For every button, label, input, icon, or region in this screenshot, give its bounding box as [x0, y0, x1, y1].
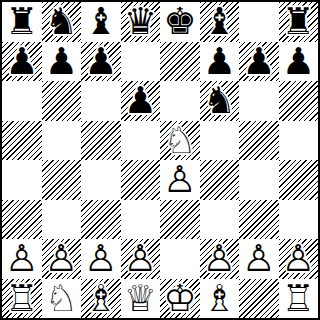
piece-black-pawn: ♟	[42, 42, 82, 82]
square-h4[interactable]	[279, 160, 319, 200]
piece-white-rook: ♖	[2, 279, 42, 319]
piece-white-rook: ♖	[279, 279, 319, 319]
square-g1[interactable]	[239, 279, 279, 319]
piece-halo: ♝	[81, 279, 121, 319]
square-b1[interactable]: ♞♘	[42, 279, 82, 319]
square-g8[interactable]	[239, 2, 279, 42]
square-a5[interactable]	[2, 121, 42, 161]
piece-black-queen: ♛	[121, 2, 161, 42]
square-g7[interactable]: ♟♟	[239, 42, 279, 82]
piece-black-pawn: ♟	[2, 42, 42, 82]
piece-black-pawn: ♟	[121, 81, 161, 121]
square-a4[interactable]	[2, 160, 42, 200]
piece-halo: ♟	[81, 239, 121, 279]
piece-halo: ♜	[279, 279, 319, 319]
piece-white-knight: ♘	[42, 279, 82, 319]
piece-halo: ♟	[239, 42, 279, 82]
square-d2[interactable]: ♟♙	[121, 239, 161, 279]
piece-black-knight: ♞	[200, 81, 240, 121]
square-h2[interactable]: ♟♙	[279, 239, 319, 279]
square-a1[interactable]: ♜♖	[2, 279, 42, 319]
square-g3[interactable]	[239, 200, 279, 240]
square-e3[interactable]	[160, 200, 200, 240]
piece-black-bishop: ♝	[81, 2, 121, 42]
piece-white-bishop: ♗	[81, 279, 121, 319]
square-a2[interactable]: ♟♙	[2, 239, 42, 279]
square-f8[interactable]: ♝♝	[200, 2, 240, 42]
piece-halo: ♟	[121, 239, 161, 279]
piece-white-pawn: ♙	[239, 239, 279, 279]
square-f6[interactable]: ♞♞	[200, 81, 240, 121]
piece-black-pawn: ♟	[200, 42, 240, 82]
piece-halo: ♜	[279, 2, 319, 42]
square-a6[interactable]	[2, 81, 42, 121]
piece-halo: ♝	[200, 2, 240, 42]
square-c7[interactable]: ♟♟	[81, 42, 121, 82]
square-d5[interactable]	[121, 121, 161, 161]
square-f7[interactable]: ♟♟	[200, 42, 240, 82]
square-b5[interactable]	[42, 121, 82, 161]
square-g5[interactable]	[239, 121, 279, 161]
square-d7[interactable]	[121, 42, 161, 82]
square-f1[interactable]: ♝♗	[200, 279, 240, 319]
square-g4[interactable]	[239, 160, 279, 200]
piece-halo: ♟	[239, 239, 279, 279]
piece-halo: ♞	[42, 2, 82, 42]
square-a7[interactable]: ♟♟	[2, 42, 42, 82]
square-h7[interactable]: ♟♟	[279, 42, 319, 82]
square-b8[interactable]: ♞♞	[42, 2, 82, 42]
square-f3[interactable]	[200, 200, 240, 240]
piece-halo: ♝	[81, 2, 121, 42]
piece-black-rook: ♜	[2, 2, 42, 42]
piece-white-knight: ♘	[160, 121, 200, 161]
piece-black-knight: ♞	[42, 2, 82, 42]
square-a3[interactable]	[2, 200, 42, 240]
piece-halo: ♟	[200, 239, 240, 279]
piece-white-pawn: ♙	[121, 239, 161, 279]
piece-white-pawn: ♙	[279, 239, 319, 279]
square-f5[interactable]	[200, 121, 240, 161]
piece-halo: ♛	[121, 2, 161, 42]
piece-black-rook: ♜	[279, 2, 319, 42]
piece-white-king: ♔	[160, 279, 200, 319]
square-c4[interactable]	[81, 160, 121, 200]
piece-halo: ♟	[42, 42, 82, 82]
square-f2[interactable]: ♟♙	[200, 239, 240, 279]
square-b4[interactable]	[42, 160, 82, 200]
square-c6[interactable]	[81, 81, 121, 121]
piece-black-pawn: ♟	[81, 42, 121, 82]
piece-halo: ♛	[121, 279, 161, 319]
square-e5[interactable]: ♞♘	[160, 121, 200, 161]
square-e6[interactable]	[160, 81, 200, 121]
square-b6[interactable]	[42, 81, 82, 121]
piece-halo: ♚	[160, 279, 200, 319]
square-e2[interactable]	[160, 239, 200, 279]
square-d1[interactable]: ♛♕	[121, 279, 161, 319]
square-e4[interactable]: ♟♙	[160, 160, 200, 200]
piece-halo: ♜	[2, 2, 42, 42]
square-d4[interactable]	[121, 160, 161, 200]
chess-diagram: ♜♜♞♞♝♝♛♛♚♚♝♝♜♜♟♟♟♟♟♟♟♟♟♟♟♟♟♟♞♞♞♘♟♙♟♙♟♙♟♙…	[0, 0, 320, 320]
chess-board: ♜♜♞♞♝♝♛♛♚♚♝♝♜♜♟♟♟♟♟♟♟♟♟♟♟♟♟♟♞♞♞♘♟♙♟♙♟♙♟♙…	[0, 0, 320, 320]
square-e1[interactable]: ♚♔	[160, 279, 200, 319]
piece-white-queen: ♕	[121, 279, 161, 319]
square-b2[interactable]: ♟♙	[42, 239, 82, 279]
piece-halo: ♟	[121, 81, 161, 121]
square-e8[interactable]: ♚♚	[160, 2, 200, 42]
square-g2[interactable]: ♟♙	[239, 239, 279, 279]
piece-halo: ♚	[160, 2, 200, 42]
piece-halo: ♞	[42, 279, 82, 319]
piece-halo: ♞	[200, 81, 240, 121]
square-h8[interactable]: ♜♜	[279, 2, 319, 42]
piece-black-king: ♚	[160, 2, 200, 42]
square-h1[interactable]: ♜♖	[279, 279, 319, 319]
square-c2[interactable]: ♟♙	[81, 239, 121, 279]
square-d3[interactable]	[121, 200, 161, 240]
piece-black-bishop: ♝	[200, 2, 240, 42]
square-h5[interactable]	[279, 121, 319, 161]
piece-black-pawn: ♟	[239, 42, 279, 82]
piece-halo: ♟	[279, 42, 319, 82]
square-e7[interactable]	[160, 42, 200, 82]
piece-halo: ♟	[2, 239, 42, 279]
piece-halo: ♟	[81, 42, 121, 82]
piece-white-pawn: ♙	[160, 160, 200, 200]
piece-halo: ♟	[160, 160, 200, 200]
square-g6[interactable]	[239, 81, 279, 121]
square-a8[interactable]: ♜♜	[2, 2, 42, 42]
square-b3[interactable]	[42, 200, 82, 240]
piece-halo: ♟	[200, 42, 240, 82]
piece-white-pawn: ♙	[200, 239, 240, 279]
piece-white-bishop: ♗	[200, 279, 240, 319]
square-b7[interactable]: ♟♟	[42, 42, 82, 82]
square-h6[interactable]	[279, 81, 319, 121]
piece-halo: ♜	[2, 279, 42, 319]
square-c3[interactable]	[81, 200, 121, 240]
square-f4[interactable]	[200, 160, 240, 200]
square-d8[interactable]: ♛♛	[121, 2, 161, 42]
square-c8[interactable]: ♝♝	[81, 2, 121, 42]
piece-halo: ♟	[279, 239, 319, 279]
square-c5[interactable]	[81, 121, 121, 161]
piece-black-pawn: ♟	[279, 42, 319, 82]
piece-white-pawn: ♙	[2, 239, 42, 279]
piece-halo: ♝	[200, 279, 240, 319]
square-c1[interactable]: ♝♗	[81, 279, 121, 319]
piece-halo: ♟	[42, 239, 82, 279]
square-d6[interactable]: ♟♟	[121, 81, 161, 121]
piece-halo: ♟	[2, 42, 42, 82]
square-h3[interactable]	[279, 200, 319, 240]
piece-white-pawn: ♙	[81, 239, 121, 279]
piece-white-pawn: ♙	[42, 239, 82, 279]
piece-halo: ♞	[160, 121, 200, 161]
